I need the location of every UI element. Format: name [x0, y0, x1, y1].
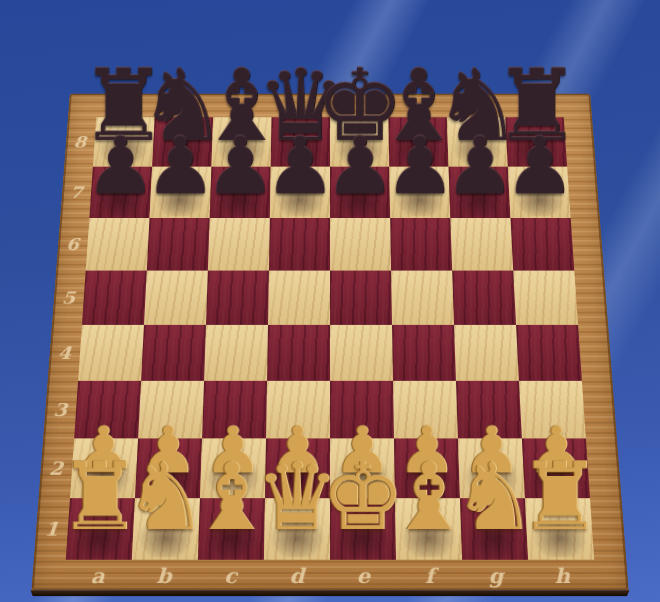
square-e7[interactable]: ♟ [330, 167, 390, 218]
square-a5[interactable] [82, 271, 147, 325]
square-h7[interactable]: ♟ [508, 167, 571, 218]
rank-label-5: 5 [53, 271, 84, 325]
square-b4[interactable] [141, 325, 206, 381]
square-c5[interactable] [206, 271, 269, 325]
square-h5[interactable] [513, 271, 578, 325]
squares-grid: ♜♞♝♛♚♝♞♜♟♟♟♟♟♟♟♟♟♟♟♟♟♟♟♟♜♞♝♛♚♝♞♜ [66, 117, 594, 560]
rank-label-3: 3 [44, 381, 76, 439]
file-labels: abcdefgh [64, 562, 597, 589]
square-h4[interactable] [516, 325, 582, 381]
square-f5[interactable] [391, 271, 454, 325]
square-a7[interactable]: ♟ [89, 167, 152, 218]
square-g4[interactable] [454, 325, 519, 381]
file-label-g: g [462, 562, 530, 589]
square-e6[interactable] [330, 218, 391, 271]
square-g6[interactable] [450, 218, 513, 271]
square-d5[interactable] [268, 271, 330, 325]
square-c6[interactable] [208, 218, 270, 271]
rank-label-6: 6 [57, 218, 87, 271]
square-c4[interactable] [204, 325, 268, 381]
square-f7[interactable]: ♟ [389, 167, 450, 218]
file-label-d: d [263, 562, 330, 589]
rank-label-4: 4 [49, 325, 80, 381]
file-label-c: c [197, 562, 264, 589]
square-g7[interactable]: ♟ [449, 167, 511, 218]
square-b7[interactable]: ♟ [150, 167, 212, 218]
square-d4[interactable] [267, 325, 330, 381]
square-b5[interactable] [144, 271, 208, 325]
square-f6[interactable] [390, 218, 452, 271]
square-a6[interactable] [86, 218, 150, 271]
square-e5[interactable] [330, 271, 392, 325]
square-h1[interactable]: ♜ [525, 498, 594, 560]
file-label-a: a [64, 562, 132, 589]
square-b6[interactable] [147, 218, 210, 271]
piece-black-pawn[interactable]: ♟ [504, 130, 575, 203]
square-f4[interactable] [392, 325, 456, 381]
board-front-edge [30, 590, 629, 596]
file-label-e: e [330, 562, 397, 589]
piece-white-rook[interactable]: ♜ [518, 455, 602, 541]
square-e4[interactable] [330, 325, 393, 381]
square-a4[interactable] [78, 325, 144, 381]
square-d7[interactable]: ♟ [270, 167, 330, 218]
file-label-f: f [396, 562, 463, 589]
file-label-h: h [528, 562, 596, 589]
square-d6[interactable] [269, 218, 330, 271]
square-c7[interactable]: ♟ [210, 167, 271, 218]
chess-board: ♜♞♝♛♚♝♞♜♟♟♟♟♟♟♟♟♟♟♟♟♟♟♟♟♜♞♝♛♚♝♞♜ 8765432… [31, 94, 628, 591]
chess-scene: ♜♞♝♛♚♝♞♜♟♟♟♟♟♟♟♟♟♟♟♟♟♟♟♟♜♞♝♛♚♝♞♜ 8765432… [0, 0, 660, 602]
file-label-b: b [130, 562, 198, 589]
square-g5[interactable] [452, 271, 516, 325]
square-h6[interactable] [510, 218, 574, 271]
